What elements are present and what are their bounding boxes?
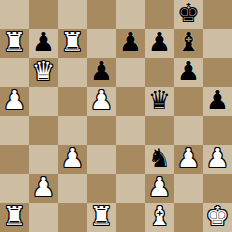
square-h8[interactable] [203, 0, 232, 29]
square-b1[interactable] [29, 203, 58, 232]
square-e1[interactable] [116, 203, 145, 232]
square-b3[interactable] [29, 145, 58, 174]
square-e2[interactable] [116, 174, 145, 203]
square-a4[interactable] [0, 116, 29, 145]
square-e4[interactable] [116, 116, 145, 145]
square-e6[interactable] [116, 58, 145, 87]
square-h5[interactable]: ♟ [203, 87, 232, 116]
square-b2[interactable]: ♟ [29, 174, 58, 203]
square-g6[interactable]: ♟ [174, 58, 203, 87]
square-g3[interactable]: ♟ [174, 145, 203, 174]
square-h6[interactable] [203, 58, 232, 87]
square-a2[interactable] [0, 174, 29, 203]
square-g8[interactable]: ♚ [174, 0, 203, 29]
square-d5[interactable]: ♟ [87, 87, 116, 116]
square-c5[interactable] [58, 87, 87, 116]
square-h4[interactable] [203, 116, 232, 145]
white-pawn[interactable]: ♟ [206, 145, 229, 173]
square-g2[interactable] [174, 174, 203, 203]
black-pawn[interactable]: ♟ [32, 29, 55, 57]
white-rook[interactable]: ♜ [61, 29, 84, 57]
white-pawn[interactable]: ♟ [32, 174, 55, 202]
white-pawn[interactable]: ♟ [90, 87, 113, 115]
square-c8[interactable] [58, 0, 87, 29]
white-pawn[interactable]: ♟ [61, 145, 84, 173]
square-c2[interactable] [58, 174, 87, 203]
square-d7[interactable] [87, 29, 116, 58]
square-h7[interactable] [203, 29, 232, 58]
square-e8[interactable] [116, 0, 145, 29]
square-f5[interactable]: ♛ [145, 87, 174, 116]
square-f7[interactable]: ♟ [145, 29, 174, 58]
chess-board: ♚♜♟♜♟♟♝♛♟♟♟♟♛♟♟♞♟♟♟♟♜♜♝♚ [0, 0, 232, 232]
black-king[interactable]: ♚ [177, 0, 200, 28]
white-rook[interactable]: ♜ [3, 29, 26, 57]
square-g4[interactable] [174, 116, 203, 145]
square-b6[interactable]: ♛ [29, 58, 58, 87]
black-pawn[interactable]: ♟ [177, 58, 200, 86]
square-g5[interactable] [174, 87, 203, 116]
white-queen[interactable]: ♛ [32, 58, 55, 86]
square-b4[interactable] [29, 116, 58, 145]
square-d4[interactable] [87, 116, 116, 145]
black-pawn[interactable]: ♟ [148, 29, 171, 57]
white-rook[interactable]: ♜ [90, 203, 113, 231]
square-c7[interactable]: ♜ [58, 29, 87, 58]
square-h1[interactable]: ♚ [203, 203, 232, 232]
square-f3[interactable]: ♞ [145, 145, 174, 174]
square-g7[interactable]: ♝ [174, 29, 203, 58]
square-c1[interactable] [58, 203, 87, 232]
white-pawn[interactable]: ♟ [148, 174, 171, 202]
square-c6[interactable] [58, 58, 87, 87]
white-pawn[interactable]: ♟ [177, 145, 200, 173]
square-h2[interactable] [203, 174, 232, 203]
square-a7[interactable]: ♜ [0, 29, 29, 58]
black-pawn[interactable]: ♟ [119, 29, 142, 57]
white-pawn[interactable]: ♟ [3, 87, 26, 115]
square-a8[interactable] [0, 0, 29, 29]
square-h3[interactable]: ♟ [203, 145, 232, 174]
square-d1[interactable]: ♜ [87, 203, 116, 232]
square-b8[interactable] [29, 0, 58, 29]
square-d3[interactable] [87, 145, 116, 174]
square-b7[interactable]: ♟ [29, 29, 58, 58]
square-d6[interactable]: ♟ [87, 58, 116, 87]
square-e5[interactable] [116, 87, 145, 116]
square-c4[interactable] [58, 116, 87, 145]
square-c3[interactable]: ♟ [58, 145, 87, 174]
square-e3[interactable] [116, 145, 145, 174]
square-d2[interactable] [87, 174, 116, 203]
square-a3[interactable] [0, 145, 29, 174]
square-e7[interactable]: ♟ [116, 29, 145, 58]
black-queen[interactable]: ♛ [148, 87, 171, 115]
black-pawn[interactable]: ♟ [206, 87, 229, 115]
square-g1[interactable] [174, 203, 203, 232]
square-a5[interactable]: ♟ [0, 87, 29, 116]
black-knight[interactable]: ♞ [148, 145, 171, 173]
square-a1[interactable]: ♜ [0, 203, 29, 232]
black-bishop[interactable]: ♝ [177, 29, 200, 57]
square-f1[interactable]: ♝ [145, 203, 174, 232]
square-f6[interactable] [145, 58, 174, 87]
square-f2[interactable]: ♟ [145, 174, 174, 203]
white-king[interactable]: ♚ [206, 203, 229, 231]
square-d8[interactable] [87, 0, 116, 29]
white-rook[interactable]: ♜ [3, 203, 26, 231]
square-f8[interactable] [145, 0, 174, 29]
black-pawn[interactable]: ♟ [90, 58, 113, 86]
square-a6[interactable] [0, 58, 29, 87]
square-f4[interactable] [145, 116, 174, 145]
white-bishop[interactable]: ♝ [148, 203, 171, 231]
square-b5[interactable] [29, 87, 58, 116]
